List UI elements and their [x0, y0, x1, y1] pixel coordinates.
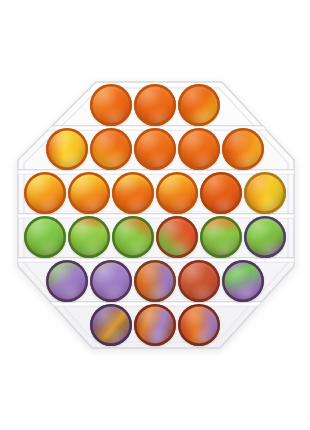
- bubble-r5-c1[interactable]: [46, 260, 88, 302]
- bubble-r5-c2[interactable]: [90, 260, 132, 302]
- bubble-r3-c3[interactable]: [112, 172, 154, 214]
- bubble-r6-c3[interactable]: [178, 304, 220, 346]
- bubble-r3-c4[interactable]: [156, 172, 198, 214]
- bubble-r1-c3[interactable]: [178, 84, 220, 126]
- bubble-row-1: [0, 84, 310, 126]
- bubble-r4-c3[interactable]: [112, 216, 154, 258]
- bubble-r1-c2[interactable]: [134, 84, 176, 126]
- bubble-r2-c3[interactable]: [134, 128, 176, 170]
- bubble-r3-c2[interactable]: [68, 172, 110, 214]
- bubble-r5-c4[interactable]: [178, 260, 220, 302]
- bubble-r4-c6[interactable]: [244, 216, 286, 258]
- bubble-r3-c6[interactable]: [244, 172, 286, 214]
- bubble-row-2: [0, 128, 310, 170]
- bubble-r4-c1[interactable]: [24, 216, 66, 258]
- bubble-row-6: [0, 304, 310, 346]
- bubble-r5-c3[interactable]: [134, 260, 176, 302]
- bubble-grid: [0, 0, 310, 430]
- bubble-row-4: [0, 216, 310, 258]
- bubble-r3-c5[interactable]: [200, 172, 242, 214]
- bubble-r2-c4[interactable]: [178, 128, 220, 170]
- bubble-r4-c5[interactable]: [200, 216, 242, 258]
- bubble-r2-c1[interactable]: [46, 128, 88, 170]
- bubble-r4-c4[interactable]: [156, 216, 198, 258]
- bubble-r3-c1[interactable]: [24, 172, 66, 214]
- bubble-r2-c2[interactable]: [90, 128, 132, 170]
- bubble-r2-c5[interactable]: [222, 128, 264, 170]
- bubble-row-5: [0, 260, 310, 302]
- bubble-r1-c1[interactable]: [90, 84, 132, 126]
- bubble-r6-c1[interactable]: [90, 304, 132, 346]
- bubble-r5-c5[interactable]: [222, 260, 264, 302]
- bubble-r4-c2[interactable]: [68, 216, 110, 258]
- bubble-r6-c2[interactable]: [134, 304, 176, 346]
- bubble-row-3: [0, 172, 310, 214]
- popit-toy: [0, 0, 310, 430]
